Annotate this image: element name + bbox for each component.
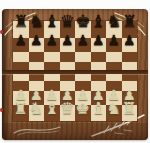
square-c6 — [44, 52, 60, 62]
square-b7: ♟ — [29, 38, 45, 52]
square-d7: ♟ — [60, 38, 76, 52]
square-d1: ♛ — [60, 105, 76, 121]
square-e7: ♟ — [75, 38, 91, 52]
square-h7: ♟ — [122, 38, 138, 52]
chess-set-photo: ♜♞♝♛♚♝♞♜♟♟♟♟♟♟♟♟♟♟♟♟♟♟♟♟♜♞♝♛♚♝♞♜ — [0, 0, 150, 143]
black-queen-piece: ♛ — [60, 13, 75, 30]
white-bishop-piece: ♝ — [91, 101, 105, 117]
square-h6 — [122, 52, 138, 62]
white-king-piece: ♚ — [76, 101, 90, 117]
white-rook-piece: ♜ — [14, 101, 28, 117]
square-c1: ♝ — [44, 105, 60, 121]
black-knight-piece: ♞ — [29, 13, 44, 30]
black-rook-piece: ♜ — [122, 13, 137, 30]
black-pawn-piece: ♟ — [45, 33, 58, 47]
black-pawn-piece: ♟ — [123, 33, 136, 47]
square-a7: ♟ — [13, 38, 29, 52]
white-rook-piece: ♜ — [122, 101, 136, 117]
black-bishop-piece: ♝ — [91, 13, 106, 30]
square-g7: ♟ — [106, 38, 122, 52]
black-pawn-piece: ♟ — [30, 33, 43, 47]
wooden-board-box: ♜♞♝♛♚♝♞♜♟♟♟♟♟♟♟♟♟♟♟♟♟♟♟♟♜♞♝♛♚♝♞♜ — [2, 9, 148, 140]
board-fold-seam — [2, 70, 148, 74]
black-pawn-piece: ♟ — [107, 33, 120, 47]
square-g1: ♞ — [106, 105, 122, 121]
square-f1: ♝ — [91, 105, 107, 121]
square-c7: ♟ — [44, 38, 60, 52]
hinge-pin-bottom — [0, 108, 3, 112]
square-b1: ♞ — [29, 105, 45, 121]
black-rook-piece: ♜ — [13, 13, 28, 30]
square-d6 — [60, 52, 76, 62]
square-b6 — [29, 52, 45, 62]
square-a1: ♜ — [13, 105, 29, 121]
black-pawn-piece: ♟ — [61, 33, 74, 47]
square-f7: ♟ — [91, 38, 107, 52]
black-bishop-piece: ♝ — [44, 13, 59, 30]
black-pawn-piece: ♟ — [76, 33, 89, 47]
black-pawn-piece: ♟ — [14, 33, 27, 47]
black-pawn-piece: ♟ — [92, 33, 105, 47]
black-king-piece: ♚ — [75, 13, 90, 30]
white-queen-piece: ♛ — [60, 101, 74, 117]
square-e6 — [75, 52, 91, 62]
square-h1: ♜ — [122, 105, 138, 121]
square-a6 — [13, 52, 29, 62]
black-knight-piece: ♞ — [106, 13, 121, 30]
white-bishop-piece: ♝ — [45, 101, 59, 117]
white-knight-piece: ♞ — [107, 101, 121, 117]
square-e1: ♚ — [75, 105, 91, 121]
swoosh-carving-bottom-left — [12, 123, 62, 137]
white-knight-piece: ♞ — [29, 101, 43, 117]
square-f6 — [91, 52, 107, 62]
hinge-pin-top — [0, 30, 3, 34]
square-g6 — [106, 52, 122, 62]
